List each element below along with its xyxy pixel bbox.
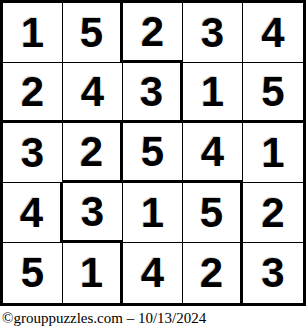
cell-r1c2: 5 [63, 3, 123, 63]
cell-r2c3: 3 [123, 63, 183, 123]
copyright-text: ©grouppuzzles.com – 10/13/2024 [2, 310, 308, 327]
cell-r4c4: 5 [183, 183, 243, 243]
sudoku-board: 1523424315325414315251423 [0, 0, 306, 306]
cell-r3c5: 1 [243, 123, 303, 183]
cell-r3c2: 2 [63, 123, 123, 183]
cell-r4c1: 4 [3, 183, 63, 243]
cell-r4c5: 2 [243, 183, 303, 243]
cell-r5c5: 3 [243, 243, 303, 303]
cell-r1c5: 4 [243, 3, 303, 63]
cell-r5c1: 5 [3, 243, 63, 303]
cell-r2c4: 1 [183, 63, 243, 123]
cell-r2c2: 4 [63, 63, 123, 123]
page: 1523424315325414315251423 ©grouppuzzles.… [0, 0, 308, 329]
cell-r3c1: 3 [3, 123, 63, 183]
cell-r2c5: 5 [243, 63, 303, 123]
cell-r3c4: 4 [183, 123, 243, 183]
cell-r5c4: 2 [183, 243, 243, 303]
cell-r1c4: 3 [183, 3, 243, 63]
cell-r1c3: 2 [123, 3, 183, 63]
cell-r4c3: 1 [123, 183, 183, 243]
cell-r5c2: 1 [63, 243, 123, 303]
cell-r1c1: 1 [3, 3, 63, 63]
cell-r2c1: 2 [3, 63, 63, 123]
cell-r4c2: 3 [63, 183, 123, 243]
cell-r5c3: 4 [123, 243, 183, 303]
cell-r3c3: 5 [123, 123, 183, 183]
